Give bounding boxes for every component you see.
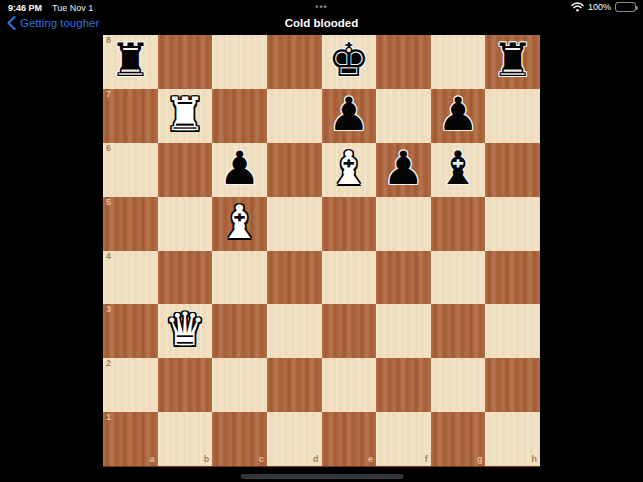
rank-label-1: 1	[106, 413, 111, 422]
square-d6[interactable]	[267, 143, 322, 197]
rank-label-3: 3	[106, 305, 111, 314]
square-g6[interactable]: ♝	[431, 143, 486, 197]
square-e7[interactable]: ♟	[322, 89, 377, 143]
black-king-piece[interactable]: ♚	[328, 37, 369, 83]
square-d4[interactable]	[267, 251, 322, 305]
square-h5[interactable]	[485, 197, 540, 251]
square-d8[interactable]	[267, 35, 322, 89]
square-f6[interactable]: ♟	[376, 143, 431, 197]
square-b5[interactable]	[158, 197, 213, 251]
black-rook-piece[interactable]: ♜	[492, 37, 533, 83]
back-button-label[interactable]: Getting tougher	[20, 17, 99, 29]
square-b2[interactable]	[158, 358, 213, 412]
square-d3[interactable]	[267, 304, 322, 358]
square-e1[interactable]: e	[322, 412, 377, 466]
page-title: Cold blooded	[285, 17, 358, 29]
square-h7[interactable]	[485, 89, 540, 143]
file-label-e: e	[368, 455, 373, 464]
square-c3[interactable]	[212, 304, 267, 358]
square-h1[interactable]: h	[485, 412, 540, 466]
square-c4[interactable]	[212, 251, 267, 305]
square-g1[interactable]: g	[431, 412, 486, 466]
square-c5[interactable]: ♝	[212, 197, 267, 251]
rank-label-2: 2	[106, 359, 111, 368]
square-b7[interactable]: ♜	[158, 89, 213, 143]
square-a4[interactable]: 4	[103, 251, 158, 305]
square-a7[interactable]: 7	[103, 89, 158, 143]
square-f1[interactable]: f	[376, 412, 431, 466]
square-g4[interactable]	[431, 251, 486, 305]
square-g5[interactable]	[431, 197, 486, 251]
white-queen-piece[interactable]: ♛	[164, 306, 205, 352]
square-d2[interactable]	[267, 358, 322, 412]
square-h2[interactable]	[485, 358, 540, 412]
file-label-f: f	[425, 455, 428, 464]
square-d7[interactable]	[267, 89, 322, 143]
home-indicator[interactable]	[240, 474, 403, 479]
square-a3[interactable]: 3	[103, 304, 158, 358]
square-b1[interactable]: b	[158, 412, 213, 466]
clock-date: Tue Nov 1	[52, 3, 93, 13]
square-b3[interactable]: ♛	[158, 304, 213, 358]
file-label-c: c	[259, 455, 264, 464]
square-e2[interactable]	[322, 358, 377, 412]
square-b8[interactable]	[158, 35, 213, 89]
file-label-d: d	[313, 455, 319, 464]
square-e3[interactable]	[322, 304, 377, 358]
rank-label-7: 7	[106, 90, 111, 99]
square-e6[interactable]: ♝	[322, 143, 377, 197]
square-e8[interactable]: ♚	[322, 35, 377, 89]
status-right: 100%	[571, 2, 636, 12]
file-label-b: b	[204, 455, 210, 464]
black-bishop-piece[interactable]: ♝	[437, 145, 478, 191]
square-b6[interactable]	[158, 143, 213, 197]
square-c2[interactable]	[212, 358, 267, 412]
wifi-icon	[571, 2, 584, 12]
chevron-left-icon	[7, 16, 16, 30]
square-h4[interactable]	[485, 251, 540, 305]
file-label-g: g	[477, 455, 483, 464]
battery-icon	[615, 2, 636, 12]
multitasking-dots-icon[interactable]: •••	[315, 2, 327, 12]
rank-label-8: 8	[106, 36, 111, 45]
square-g7[interactable]: ♟	[431, 89, 486, 143]
black-pawn-piece[interactable]: ♟	[219, 145, 260, 191]
white-rook-piece[interactable]: ♜	[164, 91, 205, 137]
square-e4[interactable]	[322, 251, 377, 305]
square-a2[interactable]: 2	[103, 358, 158, 412]
rank-label-5: 5	[106, 198, 111, 207]
back-button[interactable]: Getting tougher	[7, 16, 99, 30]
square-g3[interactable]	[431, 304, 486, 358]
chess-board: 8♜♚♜7♜♟♟6♟♝♟♝5♝43♛21abcdefgh	[103, 35, 540, 467]
status-left: 9:46 PM Tue Nov 1	[8, 3, 93, 13]
square-d5[interactable]	[267, 197, 322, 251]
square-a1[interactable]: 1a	[103, 412, 158, 466]
black-rook-piece[interactable]: ♜	[110, 37, 151, 83]
square-f8[interactable]	[376, 35, 431, 89]
square-f3[interactable]	[376, 304, 431, 358]
square-f2[interactable]	[376, 358, 431, 412]
square-c1[interactable]: c	[212, 412, 267, 466]
square-h6[interactable]	[485, 143, 540, 197]
square-c8[interactable]	[212, 35, 267, 89]
rank-label-4: 4	[106, 252, 111, 261]
black-pawn-piece[interactable]: ♟	[383, 145, 424, 191]
square-b4[interactable]	[158, 251, 213, 305]
square-d1[interactable]: d	[267, 412, 322, 466]
square-c6[interactable]: ♟	[212, 143, 267, 197]
square-c7[interactable]	[212, 89, 267, 143]
square-a5[interactable]: 5	[103, 197, 158, 251]
square-g8[interactable]	[431, 35, 486, 89]
square-h8[interactable]: ♜	[485, 35, 540, 89]
black-pawn-piece[interactable]: ♟	[328, 91, 369, 137]
rank-label-6: 6	[106, 144, 111, 153]
square-f5[interactable]	[376, 197, 431, 251]
square-h3[interactable]	[485, 304, 540, 358]
battery-percent-label: 100%	[588, 2, 611, 12]
black-pawn-piece[interactable]: ♟	[437, 91, 478, 137]
clock-time: 9:46 PM	[8, 3, 42, 13]
square-e5[interactable]	[322, 197, 377, 251]
square-f4[interactable]	[376, 251, 431, 305]
square-a6[interactable]: 6	[103, 143, 158, 197]
nav-bar: Getting tougher Cold blooded	[0, 14, 643, 34]
white-bishop-piece[interactable]: ♝	[328, 145, 369, 191]
square-g2[interactable]	[431, 358, 486, 412]
file-label-a: a	[150, 455, 155, 464]
square-a8[interactable]: 8♜	[103, 35, 158, 89]
square-f7[interactable]	[376, 89, 431, 143]
file-label-h: h	[532, 455, 538, 464]
white-bishop-piece[interactable]: ♝	[219, 199, 260, 245]
